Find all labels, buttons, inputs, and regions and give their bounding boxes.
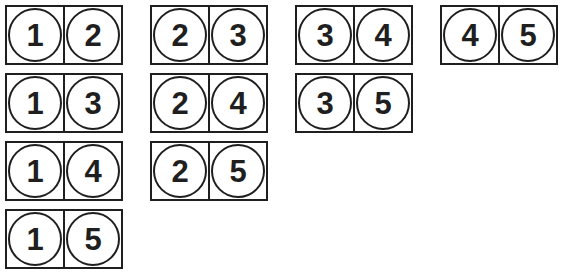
number-circle: 3 xyxy=(66,76,120,130)
pair-tile-4-5: 45 xyxy=(440,5,558,65)
number-circle: 2 xyxy=(153,144,207,198)
number-circle: 4 xyxy=(66,144,120,198)
tile-row: 132435 xyxy=(5,73,413,133)
number-circle: 5 xyxy=(356,76,410,130)
number-label: 3 xyxy=(316,20,333,51)
number-label: 4 xyxy=(374,20,391,51)
number-circle: 5 xyxy=(66,212,120,266)
number-circle: 2 xyxy=(66,8,120,62)
number-label: 4 xyxy=(229,88,246,119)
number-label: 2 xyxy=(171,88,188,119)
number-label: 1 xyxy=(26,156,43,187)
number-circle: 5 xyxy=(501,8,555,62)
tile-cell: 3 xyxy=(63,73,123,133)
number-circle: 1 xyxy=(8,144,62,198)
number-label: 1 xyxy=(26,224,43,255)
tile-row: 15 xyxy=(5,209,123,269)
number-circle: 2 xyxy=(153,8,207,62)
number-label: 2 xyxy=(84,20,101,51)
number-label: 4 xyxy=(461,20,478,51)
number-circle: 1 xyxy=(8,76,62,130)
number-label: 3 xyxy=(316,88,333,119)
number-circle: 1 xyxy=(8,8,62,62)
tile-cell: 4 xyxy=(63,141,123,201)
tile-cell: 2 xyxy=(150,5,210,65)
tile-cell: 3 xyxy=(295,5,355,65)
pair-tile-1-2: 12 xyxy=(5,5,123,65)
tile-cell: 1 xyxy=(5,141,65,201)
pair-tile-2-5: 25 xyxy=(150,141,268,201)
tile-cell: 1 xyxy=(5,5,65,65)
number-label: 4 xyxy=(84,156,101,187)
tile-cell: 1 xyxy=(5,209,65,269)
pair-tile-3-5: 35 xyxy=(295,73,413,133)
tile-cell: 2 xyxy=(63,5,123,65)
tile-row: 12233445 xyxy=(5,5,558,65)
number-label: 1 xyxy=(26,20,43,51)
number-label: 2 xyxy=(171,20,188,51)
tile-cell: 3 xyxy=(295,73,355,133)
number-label: 5 xyxy=(84,224,101,255)
number-circle: 4 xyxy=(211,76,265,130)
tile-cell: 5 xyxy=(208,141,268,201)
pair-tile-2-4: 24 xyxy=(150,73,268,133)
number-circle: 4 xyxy=(356,8,410,62)
tile-cell: 2 xyxy=(150,73,210,133)
pairs-board: 12233445132435142515 xyxy=(0,0,564,269)
number-label: 2 xyxy=(171,156,188,187)
pair-tile-3-4: 34 xyxy=(295,5,413,65)
number-circle: 3 xyxy=(298,76,352,130)
tile-cell: 5 xyxy=(63,209,123,269)
pair-tile-1-4: 14 xyxy=(5,141,123,201)
pair-tile-1-3: 13 xyxy=(5,73,123,133)
number-label: 1 xyxy=(26,88,43,119)
tile-cell: 1 xyxy=(5,73,65,133)
number-circle: 5 xyxy=(211,144,265,198)
number-circle: 4 xyxy=(443,8,497,62)
pair-tile-2-3: 23 xyxy=(150,5,268,65)
pair-tile-1-5: 15 xyxy=(5,209,123,269)
tile-cell: 4 xyxy=(353,5,413,65)
tile-row: 1425 xyxy=(5,141,268,201)
number-label: 3 xyxy=(229,20,246,51)
number-circle: 3 xyxy=(211,8,265,62)
number-label: 5 xyxy=(374,88,391,119)
number-circle: 3 xyxy=(298,8,352,62)
tile-cell: 5 xyxy=(498,5,558,65)
tile-cell: 4 xyxy=(208,73,268,133)
tile-cell: 2 xyxy=(150,141,210,201)
number-label: 5 xyxy=(519,20,536,51)
tile-cell: 3 xyxy=(208,5,268,65)
number-label: 3 xyxy=(84,88,101,119)
number-circle: 1 xyxy=(8,212,62,266)
number-circle: 2 xyxy=(153,76,207,130)
tile-cell: 4 xyxy=(440,5,500,65)
number-label: 5 xyxy=(229,156,246,187)
tile-cell: 5 xyxy=(353,73,413,133)
